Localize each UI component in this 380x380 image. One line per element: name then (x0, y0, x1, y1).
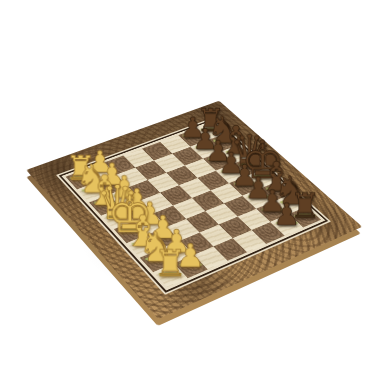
frame-margin: ♜♞♝♛♚♝♞♜♟♟♟♟♟♟♟♟♟♟♟♟♟♟♟♟♜♞♝♛♚♝♞♜ (56, 117, 331, 295)
piece-black-pawn-h7[interactable]: ♟ (264, 199, 311, 230)
square-h1[interactable]: ♜ (153, 264, 187, 288)
chess-board: ♜♞♝♛♚♝♞♜♟♟♟♟♟♟♟♟♟♟♟♟♟♟♟♟♜♞♝♛♚♝♞♜ (26, 101, 362, 319)
product-photo-stage: ♜♞♝♛♚♝♞♜♟♟♟♟♟♟♟♟♟♟♟♟♟♟♟♟♜♞♝♛♚♝♞♜ (0, 0, 380, 380)
chessboard-scene: ♜♞♝♛♚♝♞♜♟♟♟♟♟♟♟♟♟♟♟♟♟♟♟♟♜♞♝♛♚♝♞♜ (0, 0, 380, 380)
piece-white-rook-h1[interactable]: ♜ (145, 244, 195, 281)
board-frame-burl: ♜♞♝♛♚♝♞♜♟♟♟♟♟♟♟♟♟♟♟♟♟♟♟♟♜♞♝♛♚♝♞♜ (26, 101, 362, 319)
